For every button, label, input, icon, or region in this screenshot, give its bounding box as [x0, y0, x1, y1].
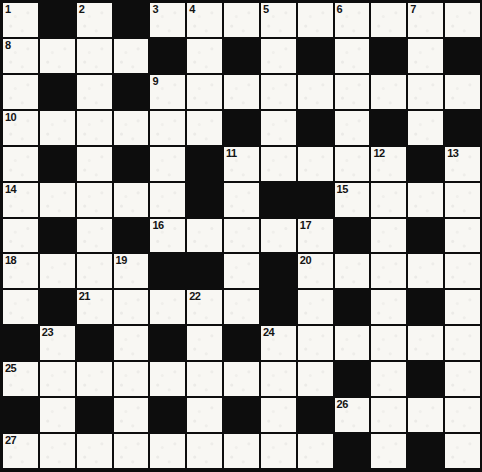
block-cell-r0c3	[114, 3, 149, 37]
block-cell-r12c11	[408, 434, 443, 468]
cell-r7c3[interactable]: 19	[114, 254, 149, 288]
cell-r4c6[interactable]: 11	[224, 147, 259, 181]
cell-r6c0[interactable]	[3, 219, 38, 253]
cell-r1c5[interactable]	[187, 39, 222, 73]
clue-number-3: 3	[152, 3, 158, 16]
cell-r9c8[interactable]	[298, 326, 333, 360]
cell-r4c0[interactable]	[3, 147, 38, 181]
cell-r10c10[interactable]	[371, 362, 406, 396]
cell-r4c7[interactable]	[261, 147, 296, 181]
clue-number-4: 4	[189, 3, 195, 16]
clue-number-17: 17	[300, 219, 311, 232]
cell-r4c10[interactable]: 12	[371, 147, 406, 181]
block-cell-r4c5	[187, 147, 222, 181]
block-cell-r8c11	[408, 290, 443, 324]
cell-r11c7[interactable]	[261, 398, 296, 432]
cell-r10c4[interactable]	[150, 362, 185, 396]
block-cell-r3c8	[298, 111, 333, 145]
cell-r5c3[interactable]	[114, 183, 149, 217]
cell-r0c7[interactable]: 5	[261, 3, 296, 37]
block-cell-r7c5	[187, 254, 222, 288]
block-cell-r11c0	[3, 398, 38, 432]
block-cell-r5c5	[187, 183, 222, 217]
block-cell-r5c7	[261, 183, 296, 217]
block-cell-r10c11	[408, 362, 443, 396]
clue-number-21: 21	[79, 290, 90, 303]
cell-r8c6[interactable]	[224, 290, 259, 324]
clue-number-27: 27	[5, 434, 16, 447]
cell-r11c12[interactable]	[445, 398, 480, 432]
cell-r9c10[interactable]	[371, 326, 406, 360]
cell-r9c9[interactable]	[335, 326, 370, 360]
cell-r0c5[interactable]: 4	[187, 3, 222, 37]
cell-r4c2[interactable]	[77, 147, 112, 181]
cell-r7c8[interactable]: 20	[298, 254, 333, 288]
cell-r12c4[interactable]	[150, 434, 185, 468]
clue-number-23: 23	[42, 326, 53, 339]
cell-r5c2[interactable]	[77, 183, 112, 217]
clue-number-10: 10	[5, 111, 16, 124]
cell-r10c0[interactable]: 25	[3, 362, 38, 396]
block-cell-r8c9	[335, 290, 370, 324]
block-cell-r5c8	[298, 183, 333, 217]
cell-r3c11[interactable]	[408, 111, 443, 145]
cell-r10c2[interactable]	[77, 362, 112, 396]
cell-r9c11[interactable]	[408, 326, 443, 360]
cell-r5c12[interactable]	[445, 183, 480, 217]
cell-r2c11[interactable]	[408, 75, 443, 109]
cell-r8c12[interactable]	[445, 290, 480, 324]
block-cell-r2c3	[114, 75, 149, 109]
cell-r1c1[interactable]	[40, 39, 75, 73]
block-cell-r1c12	[445, 39, 480, 73]
cell-r10c1[interactable]	[40, 362, 75, 396]
cell-r2c2[interactable]	[77, 75, 112, 109]
clue-number-25: 25	[5, 362, 16, 375]
cell-r12c1[interactable]	[40, 434, 75, 468]
clue-number-8: 8	[5, 39, 11, 52]
block-cell-r3c6	[224, 111, 259, 145]
cell-r4c4[interactable]	[150, 147, 185, 181]
clue-number-15: 15	[337, 183, 348, 196]
cell-r6c5[interactable]	[187, 219, 222, 253]
cell-r2c4[interactable]: 9	[150, 75, 185, 109]
cell-r11c10[interactable]	[371, 398, 406, 432]
block-cell-r3c10	[371, 111, 406, 145]
cell-r1c2[interactable]	[77, 39, 112, 73]
cell-r0c9[interactable]: 6	[335, 3, 370, 37]
block-cell-r11c6	[224, 398, 259, 432]
cell-r3c9[interactable]	[335, 111, 370, 145]
clue-number-14: 14	[5, 183, 16, 196]
cell-r7c2[interactable]	[77, 254, 112, 288]
block-cell-r6c9	[335, 219, 370, 253]
block-cell-r2c1	[40, 75, 75, 109]
cell-r0c10[interactable]	[371, 3, 406, 37]
cell-r6c12[interactable]	[445, 219, 480, 253]
cell-r12c0[interactable]: 27	[3, 434, 38, 468]
block-cell-r9c2	[77, 326, 112, 360]
cell-r0c2[interactable]: 2	[77, 3, 112, 37]
cell-r0c8[interactable]	[298, 3, 333, 37]
cell-r11c9[interactable]: 26	[335, 398, 370, 432]
block-cell-r0c1	[40, 3, 75, 37]
clue-number-6: 6	[337, 3, 343, 16]
block-cell-r7c4	[150, 254, 185, 288]
clue-number-7: 7	[410, 3, 416, 16]
cell-r0c11[interactable]: 7	[408, 3, 443, 37]
cell-r4c8[interactable]	[298, 147, 333, 181]
cell-r10c5[interactable]	[187, 362, 222, 396]
cell-r6c10[interactable]	[371, 219, 406, 253]
block-cell-r7c7	[261, 254, 296, 288]
cell-r0c6[interactable]	[224, 3, 259, 37]
cell-r9c7[interactable]: 24	[261, 326, 296, 360]
cell-r8c2[interactable]: 21	[77, 290, 112, 324]
cell-r12c6[interactable]	[224, 434, 259, 468]
clue-number-22: 22	[189, 290, 200, 303]
cell-r8c5[interactable]: 22	[187, 290, 222, 324]
clue-number-24: 24	[263, 326, 274, 339]
cell-r8c4[interactable]	[150, 290, 185, 324]
cell-r5c4[interactable]	[150, 183, 185, 217]
cell-r10c3[interactable]	[114, 362, 149, 396]
clue-number-16: 16	[152, 219, 163, 232]
clue-number-5: 5	[263, 3, 269, 16]
clue-number-19: 19	[116, 254, 127, 267]
clue-number-11: 11	[226, 147, 237, 160]
cell-r4c12[interactable]: 13	[445, 147, 480, 181]
cell-r2c9[interactable]	[335, 75, 370, 109]
cell-r3c7[interactable]	[261, 111, 296, 145]
cell-r10c7[interactable]	[261, 362, 296, 396]
cell-r3c1[interactable]	[40, 111, 75, 145]
block-cell-r1c4	[150, 39, 185, 73]
block-cell-r6c3	[114, 219, 149, 253]
cell-r2c8[interactable]	[298, 75, 333, 109]
cell-r7c12[interactable]	[445, 254, 480, 288]
cell-r5c9[interactable]: 15	[335, 183, 370, 217]
cell-r12c10[interactable]	[371, 434, 406, 468]
block-cell-r8c7	[261, 290, 296, 324]
cell-r11c5[interactable]	[187, 398, 222, 432]
cell-r10c12[interactable]	[445, 362, 480, 396]
cell-r1c9[interactable]	[335, 39, 370, 73]
cell-r6c6[interactable]	[224, 219, 259, 253]
clue-number-2: 2	[79, 3, 85, 16]
cell-r1c11[interactable]	[408, 39, 443, 73]
cell-r2c7[interactable]	[261, 75, 296, 109]
crossword-grid: 1234567891011121314151617181920212223242…	[0, 0, 482, 472]
cell-r2c6[interactable]	[224, 75, 259, 109]
block-cell-r9c0	[3, 326, 38, 360]
cell-r0c0[interactable]: 1	[3, 3, 38, 37]
block-cell-r4c3	[114, 147, 149, 181]
cell-r3c5[interactable]	[187, 111, 222, 145]
cell-r5c0[interactable]: 14	[3, 183, 38, 217]
cell-r4c9[interactable]	[335, 147, 370, 181]
cell-r9c5[interactable]	[187, 326, 222, 360]
block-cell-r4c11	[408, 147, 443, 181]
cell-r7c9[interactable]	[335, 254, 370, 288]
cell-r12c5[interactable]	[187, 434, 222, 468]
cell-r9c12[interactable]	[445, 326, 480, 360]
cell-r7c1[interactable]	[40, 254, 75, 288]
cell-r7c0[interactable]: 18	[3, 254, 38, 288]
cell-r5c1[interactable]	[40, 183, 75, 217]
block-cell-r11c4	[150, 398, 185, 432]
cell-r3c2[interactable]	[77, 111, 112, 145]
clue-number-13: 13	[447, 147, 458, 160]
block-cell-r11c2	[77, 398, 112, 432]
cell-r8c0[interactable]	[3, 290, 38, 324]
cell-r8c10[interactable]	[371, 290, 406, 324]
cell-r6c4[interactable]: 16	[150, 219, 185, 253]
cell-r7c11[interactable]	[408, 254, 443, 288]
cell-r5c11[interactable]	[408, 183, 443, 217]
cell-r8c3[interactable]	[114, 290, 149, 324]
cell-r0c12[interactable]	[445, 3, 480, 37]
cell-r3c3[interactable]	[114, 111, 149, 145]
cell-r9c3[interactable]	[114, 326, 149, 360]
cell-r6c7[interactable]	[261, 219, 296, 253]
block-cell-r8c1	[40, 290, 75, 324]
block-cell-r10c9	[335, 362, 370, 396]
cell-r2c12[interactable]	[445, 75, 480, 109]
crossword-puzzle: 1234567891011121314151617181920212223242…	[0, 0, 482, 472]
clue-number-26: 26	[337, 398, 348, 411]
cell-r5c10[interactable]	[371, 183, 406, 217]
cell-r2c10[interactable]	[371, 75, 406, 109]
cell-r9c1[interactable]: 23	[40, 326, 75, 360]
cell-r10c8[interactable]	[298, 362, 333, 396]
block-cell-r1c10	[371, 39, 406, 73]
cell-r11c3[interactable]	[114, 398, 149, 432]
block-cell-r9c6	[224, 326, 259, 360]
block-cell-r12c9	[335, 434, 370, 468]
cell-r1c0[interactable]: 8	[3, 39, 38, 73]
block-cell-r1c6	[224, 39, 259, 73]
block-cell-r1c8	[298, 39, 333, 73]
cell-r12c12[interactable]	[445, 434, 480, 468]
block-cell-r4c1	[40, 147, 75, 181]
cell-r11c11[interactable]	[408, 398, 443, 432]
cell-r1c3[interactable]	[114, 39, 149, 73]
cell-r2c5[interactable]	[187, 75, 222, 109]
cell-r11c1[interactable]	[40, 398, 75, 432]
cell-r10c6[interactable]	[224, 362, 259, 396]
block-cell-r9c4	[150, 326, 185, 360]
cell-r12c2[interactable]	[77, 434, 112, 468]
cell-r3c0[interactable]: 10	[3, 111, 38, 145]
cell-r5c6[interactable]	[224, 183, 259, 217]
cell-r8c8[interactable]	[298, 290, 333, 324]
block-cell-r3c12	[445, 111, 480, 145]
cell-r7c6[interactable]	[224, 254, 259, 288]
clue-number-1: 1	[5, 3, 11, 16]
clue-number-12: 12	[373, 147, 384, 160]
cell-r2c0[interactable]	[3, 75, 38, 109]
block-cell-r6c1	[40, 219, 75, 253]
cell-r1c7[interactable]	[261, 39, 296, 73]
cell-r12c3[interactable]	[114, 434, 149, 468]
cell-r12c8[interactable]	[298, 434, 333, 468]
cell-r3c4[interactable]	[150, 111, 185, 145]
block-cell-r11c8	[298, 398, 333, 432]
cell-r7c10[interactable]	[371, 254, 406, 288]
clue-number-9: 9	[152, 75, 158, 88]
block-cell-r6c11	[408, 219, 443, 253]
clue-number-18: 18	[5, 254, 16, 267]
clue-number-20: 20	[300, 254, 311, 267]
cell-r6c8[interactable]: 17	[298, 219, 333, 253]
cell-r0c4[interactable]: 3	[150, 3, 185, 37]
cell-r6c2[interactable]	[77, 219, 112, 253]
cell-r12c7[interactable]	[261, 434, 296, 468]
